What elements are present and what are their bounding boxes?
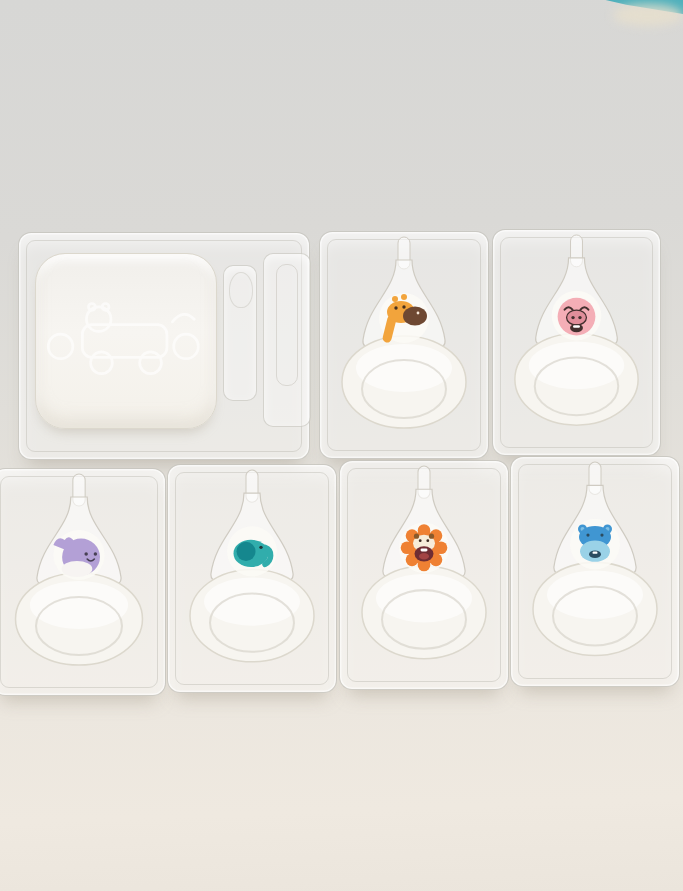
pacifier-lion [340, 461, 508, 689]
accessory-slot [223, 265, 257, 401]
tray-pacifier-pig [492, 229, 661, 456]
tray-pacifier-hippo [510, 456, 680, 687]
pacifier-giraffe [320, 232, 488, 458]
accessory-slot [263, 253, 311, 427]
tray-pacifier-lion [339, 460, 509, 690]
lion-design [401, 524, 448, 571]
tray-pacifier-whale [0, 468, 166, 696]
tray-pacifier-elephant [167, 464, 337, 693]
tray-pacifier-giraffe [319, 231, 489, 459]
pacifier-hippo [511, 457, 679, 686]
tray-accessory [18, 232, 310, 460]
hippo-design [578, 524, 612, 561]
pacifier-whale [0, 469, 165, 695]
pig-design [558, 298, 596, 336]
pacifier-pig [493, 230, 660, 455]
product-photo [0, 0, 683, 891]
pacifier-elephant [168, 465, 336, 692]
table-corner-shadow [613, 4, 683, 26]
pacifier-case [35, 253, 217, 429]
case-emboss-art [36, 254, 216, 428]
